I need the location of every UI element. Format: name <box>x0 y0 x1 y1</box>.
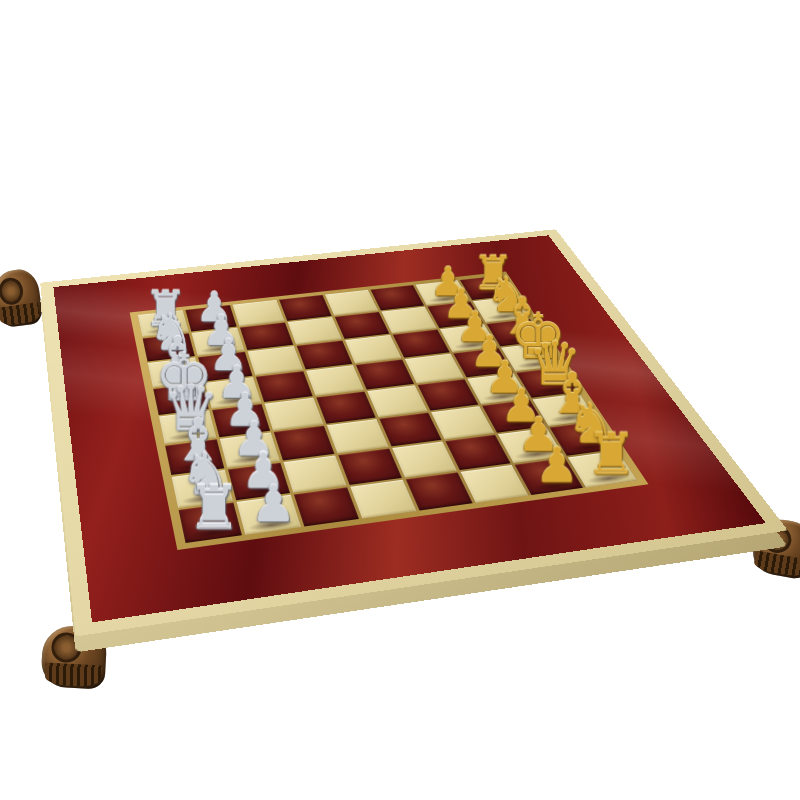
square-e6[interactable] <box>405 354 464 384</box>
square-d5[interactable] <box>367 385 427 417</box>
square-d4[interactable] <box>316 391 375 423</box>
square-a2[interactable]: ♟ <box>237 495 301 535</box>
square-c5[interactable] <box>379 413 441 447</box>
product-photo-scene: ♜♟♟♜♞♟♟♞♝♟♟♝♚♟♟♚♛♟♟♛♝♟♟♝♞♟♟♞♜♟♟♜ <box>0 0 800 800</box>
square-a1[interactable]: ♜ <box>179 503 242 544</box>
square-f4[interactable] <box>297 341 353 370</box>
square-b6[interactable] <box>445 435 510 470</box>
black-pawn[interactable]: ♟ <box>535 441 579 490</box>
square-h6[interactable] <box>371 285 425 310</box>
square-a7[interactable]: ♟ <box>515 458 583 495</box>
square-g5[interactable] <box>335 312 390 339</box>
square-h5[interactable] <box>325 290 378 316</box>
square-f6[interactable] <box>393 330 450 358</box>
square-f5[interactable] <box>345 335 401 363</box>
square-e4[interactable] <box>306 365 363 395</box>
square-a4[interactable] <box>350 480 416 519</box>
square-b4[interactable] <box>338 449 402 485</box>
square-g6[interactable] <box>381 307 436 334</box>
square-b5[interactable] <box>392 442 456 478</box>
square-e5[interactable] <box>356 359 414 389</box>
chess-board: ♜♟♟♜♞♟♟♞♝♟♟♝♚♟♟♚♛♟♟♛♝♟♟♝♞♟♟♞♜♟♟♜ <box>138 275 637 543</box>
square-h3[interactable] <box>233 300 285 326</box>
square-a3[interactable] <box>294 487 359 526</box>
square-g4[interactable] <box>288 317 342 344</box>
square-h4[interactable] <box>279 295 331 321</box>
white-rook[interactable]: ♜ <box>187 478 241 538</box>
square-d6[interactable] <box>418 379 479 410</box>
square-c6[interactable] <box>431 406 494 439</box>
white-pawn[interactable]: ♟ <box>250 479 295 530</box>
chess-board-outer: ♜♟♟♜♞♟♟♞♝♟♟♝♚♟♟♚♛♟♟♛♝♟♟♝♞♟♟♞♜♟♟♜ <box>40 229 788 636</box>
bronze-foot-west <box>0 267 44 329</box>
board-gold-border: ♜♟♟♜♞♟♟♞♝♟♟♝♚♟♟♚♛♟♟♛♝♟♟♝♞♟♟♞♜♟♟♜ <box>130 271 649 550</box>
square-c4[interactable] <box>327 419 388 453</box>
square-a5[interactable] <box>406 472 473 510</box>
black-rook[interactable]: ♜ <box>585 426 636 483</box>
